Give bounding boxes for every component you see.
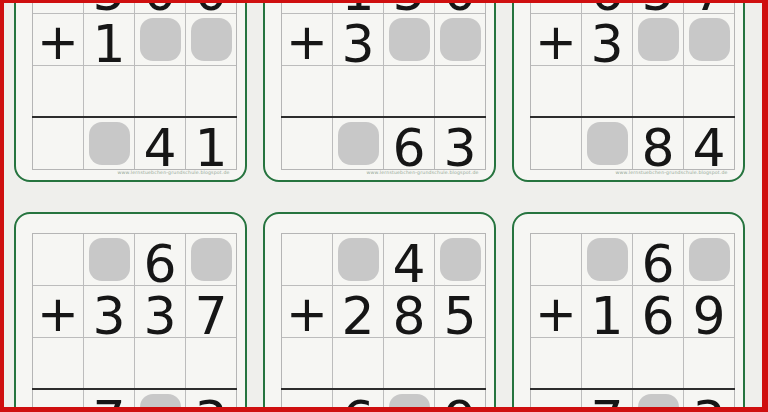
plus-sign: + — [535, 19, 577, 65]
digit: 7 — [194, 295, 227, 337]
card6-cell-r2c2: 1 — [582, 286, 632, 337]
answer-blank-box — [389, 394, 430, 412]
plus-sign: + — [535, 291, 577, 337]
card4-cell-r1c2 — [84, 234, 134, 285]
digit: 6 — [641, 295, 674, 337]
sum-underline — [281, 116, 486, 118]
card1-cell-r2c2: 1 — [84, 14, 134, 65]
card3-cell-r1c3: 5 — [633, 0, 683, 13]
addition-grid-3: 657+384 — [530, 0, 735, 170]
card6-cell-r1c2 — [582, 234, 632, 285]
answer-blank-box — [338, 122, 379, 165]
addition-card-3: 657+384 www.lernstuebchen-grundschule.bl… — [512, 0, 745, 182]
card3-cell-r1c2: 6 — [582, 0, 632, 13]
card6-cell-r3c2 — [582, 338, 632, 389]
card3-cell-r3c4 — [684, 66, 734, 117]
card6-cell-r3c3 — [633, 338, 683, 389]
card5-cell-r4c3 — [384, 390, 434, 412]
card2-cell-r1c4: 0 — [435, 0, 485, 13]
sum-underline — [530, 388, 735, 390]
card6-cell-r4c1 — [531, 390, 581, 412]
digit: 6 — [392, 127, 425, 169]
answer-blank-box — [191, 238, 232, 281]
addition-grid-4: 6+33773 — [32, 233, 237, 412]
card5-cell-r2c3: 8 — [384, 286, 434, 337]
card2-cell-r3c3 — [384, 66, 434, 117]
card3-cell-r3c3 — [633, 66, 683, 117]
digit: 1 — [194, 127, 227, 169]
addition-card-4: 6+33773 www.lernstuebchen-grundschule.bl… — [14, 212, 247, 412]
card3-cell-r4c1 — [531, 118, 581, 169]
card4-cell-r4c2: 7 — [84, 390, 134, 412]
answer-blank-box — [191, 18, 232, 61]
card1-cell-r3c2 — [84, 66, 134, 117]
card5-cell-r1c1 — [282, 234, 332, 285]
card4-cell-r3c4 — [186, 338, 236, 389]
card6-cell-r4c3 — [633, 390, 683, 412]
digit: 1 — [590, 295, 623, 337]
card6-cell-r1c3: 6 — [633, 234, 683, 285]
digit: 3 — [194, 399, 227, 412]
card3-cell-r2c3 — [633, 14, 683, 65]
answer-blank-box — [587, 238, 628, 281]
card5-cell-r3c2 — [333, 338, 383, 389]
card2-cell-r2c1: + — [282, 14, 332, 65]
card4-cell-r2c4: 7 — [186, 286, 236, 337]
card6-cell-r3c4 — [684, 338, 734, 389]
card3-cell-r4c4: 4 — [684, 118, 734, 169]
addition-card-6: 6+16973 www.lernstuebchen-grundschule.bl… — [512, 212, 745, 412]
card1-cell-r2c3 — [135, 14, 185, 65]
answer-blank-box — [440, 238, 481, 281]
card4-cell-r2c1: + — [33, 286, 83, 337]
answer-blank-box — [587, 122, 628, 165]
addition-grid-5: 4+28569 — [281, 233, 486, 412]
digit: 3 — [143, 295, 176, 337]
addition-grid-6: 6+16973 — [530, 233, 735, 412]
digit: 0 — [194, 0, 227, 13]
digit: 5 — [92, 0, 125, 13]
card3-cell-r2c2: 3 — [582, 14, 632, 65]
card2-cell-r2c3 — [384, 14, 434, 65]
digit: 6 — [641, 243, 674, 285]
card4-cell-r1c3: 6 — [135, 234, 185, 285]
card1-cell-r1c2: 5 — [84, 0, 134, 13]
digit: 6 — [341, 399, 374, 412]
card4-cell-r3c2 — [84, 338, 134, 389]
digit: 9 — [443, 399, 476, 412]
card5-cell-r4c1 — [282, 390, 332, 412]
sum-underline — [32, 116, 237, 118]
plus-sign: + — [286, 19, 328, 65]
card2-cell-r1c1 — [282, 0, 332, 13]
addition-card-5: 4+28569 www.lernstuebchen-grundschule.bl… — [263, 212, 496, 412]
card6-cell-r1c1 — [531, 234, 581, 285]
card1-cell-r3c3 — [135, 66, 185, 117]
answer-blank-box — [140, 394, 181, 412]
digit: 2 — [341, 295, 374, 337]
worksheet-page: 500+141 www.lernstuebchen-grundschule.bl… — [0, 0, 768, 412]
card5-cell-r4c2: 6 — [333, 390, 383, 412]
card3-cell-r3c1 — [531, 66, 581, 117]
answer-blank-box — [338, 238, 379, 281]
card2-cell-r2c2: 3 — [333, 14, 383, 65]
digit: 7 — [692, 0, 725, 13]
answer-blank-box — [89, 122, 130, 165]
digit: 9 — [692, 295, 725, 337]
digit: 3 — [341, 23, 374, 65]
digit: 6 — [590, 0, 623, 13]
card1-cell-r1c1 — [33, 0, 83, 13]
sum-underline — [281, 388, 486, 390]
card2-cell-r3c4 — [435, 66, 485, 117]
card4-cell-r3c3 — [135, 338, 185, 389]
card3-cell-r4c2 — [582, 118, 632, 169]
plus-sign: + — [286, 291, 328, 337]
addition-card-2: 150+363 www.lernstuebchen-grundschule.bl… — [263, 0, 496, 182]
card5-cell-r4c4: 9 — [435, 390, 485, 412]
card5-cell-r2c4: 5 — [435, 286, 485, 337]
watermark-url: www.lernstuebchen-grundschule.blogspot.d… — [616, 170, 728, 175]
card3-cell-r1c4: 7 — [684, 0, 734, 13]
plus-sign: + — [37, 19, 79, 65]
card4-cell-r1c4 — [186, 234, 236, 285]
digit: 5 — [641, 0, 674, 13]
card1-cell-r1c3: 0 — [135, 0, 185, 13]
card4-cell-r4c4: 3 — [186, 390, 236, 412]
answer-blank-box — [638, 18, 679, 61]
card4-cell-r1c1 — [33, 234, 83, 285]
card2-cell-r4c2 — [333, 118, 383, 169]
card6-cell-r4c4: 3 — [684, 390, 734, 412]
card5-cell-r3c1 — [282, 338, 332, 389]
addition-grid-1: 500+141 — [32, 0, 237, 170]
card5-cell-r1c2 — [333, 234, 383, 285]
card1-cell-r3c1 — [33, 66, 83, 117]
card2-cell-r3c2 — [333, 66, 383, 117]
card5-cell-r2c2: 2 — [333, 286, 383, 337]
card5-cell-r2c1: + — [282, 286, 332, 337]
card6-cell-r2c1: + — [531, 286, 581, 337]
card5-cell-r1c4 — [435, 234, 485, 285]
card4-cell-r2c2: 3 — [84, 286, 134, 337]
card4-cell-r4c1 — [33, 390, 83, 412]
card4-cell-r3c1 — [33, 338, 83, 389]
digit: 5 — [443, 295, 476, 337]
answer-blank-box — [140, 18, 181, 61]
card1-cell-r4c1 — [33, 118, 83, 169]
digit: 4 — [143, 127, 176, 169]
card1-cell-r2c4 — [186, 14, 236, 65]
card1-cell-r4c2 — [84, 118, 134, 169]
digit: 8 — [641, 127, 674, 169]
answer-blank-box — [89, 238, 130, 281]
card2-cell-r3c1 — [282, 66, 332, 117]
card3-cell-r3c2 — [582, 66, 632, 117]
card4-cell-r4c3 — [135, 390, 185, 412]
digit: 0 — [443, 0, 476, 13]
digit: 4 — [392, 243, 425, 285]
digit: 1 — [341, 0, 374, 13]
card2-cell-r4c4: 3 — [435, 118, 485, 169]
digit: 8 — [392, 295, 425, 337]
card5-cell-r3c4 — [435, 338, 485, 389]
digit: 3 — [590, 23, 623, 65]
card1-cell-r1c4: 0 — [186, 0, 236, 13]
answer-blank-box — [638, 394, 679, 412]
card5-cell-r1c3: 4 — [384, 234, 434, 285]
card2-cell-r1c2: 1 — [333, 0, 383, 13]
digit: 3 — [443, 127, 476, 169]
card2-cell-r2c4 — [435, 14, 485, 65]
answer-blank-box — [689, 238, 730, 281]
digit: 5 — [392, 0, 425, 13]
sum-underline — [32, 388, 237, 390]
card5-cell-r3c3 — [384, 338, 434, 389]
card3-cell-r4c3: 8 — [633, 118, 683, 169]
card6-cell-r2c4: 9 — [684, 286, 734, 337]
card1-cell-r3c4 — [186, 66, 236, 117]
digit: 3 — [692, 399, 725, 412]
card2-cell-r1c3: 5 — [384, 0, 434, 13]
card1-cell-r4c4: 1 — [186, 118, 236, 169]
watermark-url: www.lernstuebchen-grundschule.blogspot.d… — [118, 170, 230, 175]
card2-cell-r4c1 — [282, 118, 332, 169]
watermark-url: www.lernstuebchen-grundschule.blogspot.d… — [367, 170, 479, 175]
card3-cell-r2c1: + — [531, 14, 581, 65]
card2-cell-r4c3: 6 — [384, 118, 434, 169]
card3-cell-r1c1 — [531, 0, 581, 13]
answer-blank-box — [389, 18, 430, 61]
plus-sign: + — [37, 291, 79, 337]
digit: 3 — [92, 295, 125, 337]
answer-blank-box — [689, 18, 730, 61]
digit: 7 — [590, 399, 623, 412]
card6-cell-r1c4 — [684, 234, 734, 285]
addition-grid-2: 150+363 — [281, 0, 486, 170]
digit: 6 — [143, 243, 176, 285]
answer-blank-box — [440, 18, 481, 61]
card3-cell-r2c4 — [684, 14, 734, 65]
digit: 1 — [92, 23, 125, 65]
card6-cell-r3c1 — [531, 338, 581, 389]
card6-cell-r4c2: 7 — [582, 390, 632, 412]
card6-cell-r2c3: 6 — [633, 286, 683, 337]
card4-cell-r2c3: 3 — [135, 286, 185, 337]
sum-underline — [530, 116, 735, 118]
digit: 4 — [692, 127, 725, 169]
digit: 7 — [92, 399, 125, 412]
addition-card-1: 500+141 www.lernstuebchen-grundschule.bl… — [14, 0, 247, 182]
digit: 0 — [143, 0, 176, 13]
card1-cell-r4c3: 4 — [135, 118, 185, 169]
card1-cell-r2c1: + — [33, 14, 83, 65]
